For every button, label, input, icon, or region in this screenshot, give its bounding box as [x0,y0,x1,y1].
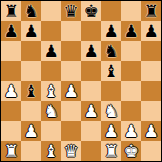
square-e1[interactable] [81,141,101,161]
square-c6[interactable]: ♟ [41,41,61,61]
square-a5[interactable] [1,61,21,81]
square-e2[interactable] [81,121,101,141]
black-knight: ♞ [103,41,118,61]
square-d1[interactable]: ♛ [61,141,81,161]
square-d6[interactable] [61,41,81,61]
black-pawn: ♟ [23,21,38,41]
square-a6[interactable] [1,41,21,61]
black-pawn: ♟ [43,41,58,61]
white-king: ♚ [123,141,138,161]
black-bishop: ♝ [23,81,38,101]
white-pawn: ♟ [3,81,18,101]
square-e4[interactable] [81,81,101,101]
square-h5[interactable] [141,61,161,81]
white-pawn: ♟ [23,121,38,141]
square-b2[interactable]: ♟ [21,121,41,141]
square-g1[interactable]: ♚ [121,141,141,161]
square-g3[interactable] [121,101,141,121]
square-c2[interactable] [41,121,61,141]
square-h6[interactable] [141,41,161,61]
black-pawn: ♟ [83,41,98,61]
square-b7[interactable]: ♟ [21,21,41,41]
black-rook: ♜ [143,1,158,21]
square-h4[interactable] [141,81,161,101]
white-bishop: ♝ [43,141,58,161]
square-g6[interactable] [121,41,141,61]
chess-board: ♜♞♛♚♜♟♟♟♟♟♟♟♞♝♟♝♝♟♞♟♞♟♟♟♟♜♝♛♜♚ [0,0,162,162]
white-pawn: ♟ [123,121,138,141]
square-e7[interactable] [81,21,101,41]
square-b4[interactable]: ♝ [21,81,41,101]
white-rook: ♜ [103,141,118,161]
white-rook: ♜ [3,141,18,161]
square-e8[interactable]: ♚ [81,1,101,21]
square-f1[interactable]: ♜ [101,141,121,161]
white-bishop: ♝ [43,81,58,101]
square-a1[interactable]: ♜ [1,141,21,161]
square-h3[interactable] [141,101,161,121]
white-knight: ♞ [43,101,58,121]
square-d2[interactable] [61,121,81,141]
white-queen: ♛ [63,141,78,161]
black-pawn: ♟ [123,21,138,41]
square-d5[interactable] [61,61,81,81]
black-pawn: ♟ [143,21,158,41]
square-a3[interactable] [1,101,21,121]
square-h1[interactable] [141,141,161,161]
white-pawn: ♟ [143,121,158,141]
black-rook: ♜ [3,1,18,21]
square-e3[interactable]: ♟ [81,101,101,121]
square-d4[interactable]: ♟ [61,81,81,101]
square-f6[interactable]: ♞ [101,41,121,61]
square-f2[interactable]: ♟ [101,121,121,141]
square-c7[interactable] [41,21,61,41]
square-g7[interactable]: ♟ [121,21,141,41]
square-b6[interactable] [21,41,41,61]
square-b8[interactable]: ♞ [21,1,41,21]
square-c8[interactable] [41,1,61,21]
square-c3[interactable]: ♞ [41,101,61,121]
black-pawn: ♟ [103,21,118,41]
square-d3[interactable] [61,101,81,121]
square-e6[interactable]: ♟ [81,41,101,61]
white-knight: ♞ [103,101,118,121]
square-e5[interactable] [81,61,101,81]
square-d8[interactable]: ♛ [61,1,81,21]
square-g8[interactable] [121,1,141,21]
square-c5[interactable] [41,61,61,81]
square-f4[interactable] [101,81,121,101]
square-d7[interactable] [61,21,81,41]
square-a7[interactable]: ♟ [1,21,21,41]
square-f7[interactable]: ♟ [101,21,121,41]
square-c4[interactable]: ♝ [41,81,61,101]
black-pawn: ♟ [3,21,18,41]
square-a2[interactable] [1,121,21,141]
square-h8[interactable]: ♜ [141,1,161,21]
square-f3[interactable]: ♞ [101,101,121,121]
black-queen: ♛ [63,1,78,21]
black-king: ♚ [83,1,98,21]
square-f8[interactable] [101,1,121,21]
square-g2[interactable]: ♟ [121,121,141,141]
square-g4[interactable] [121,81,141,101]
white-pawn: ♟ [63,81,78,101]
square-c1[interactable]: ♝ [41,141,61,161]
square-a4[interactable]: ♟ [1,81,21,101]
square-b5[interactable] [21,61,41,81]
white-pawn: ♟ [83,101,98,121]
square-h2[interactable]: ♟ [141,121,161,141]
black-bishop: ♝ [103,61,118,81]
square-b1[interactable] [21,141,41,161]
square-f5[interactable]: ♝ [101,61,121,81]
square-b3[interactable] [21,101,41,121]
square-g5[interactable] [121,61,141,81]
square-h7[interactable]: ♟ [141,21,161,41]
square-a8[interactable]: ♜ [1,1,21,21]
white-pawn: ♟ [103,121,118,141]
black-knight: ♞ [23,1,38,21]
